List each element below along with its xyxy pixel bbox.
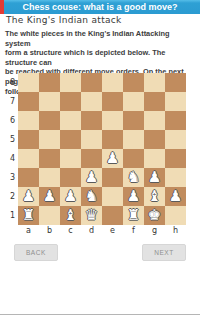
square-e1 [102, 206, 123, 225]
square-h3 [165, 168, 186, 187]
square-d8 [81, 73, 102, 92]
rank-label-3: 3 [0, 168, 18, 187]
chess-board: 87654♟3♟♞♟2♟♟♟♞♟♝♟1♜♝♛♜♚abcdefgh [0, 73, 186, 236]
square-g5 [144, 130, 165, 149]
file-label-c: c [60, 225, 81, 236]
square-h6 [165, 111, 186, 130]
square-f2: ♟ [123, 187, 144, 206]
piece-white-bishop-c1: ♝ [64, 206, 77, 225]
square-e2 [102, 187, 123, 206]
square-d1: ♛ [81, 206, 102, 225]
square-b8 [39, 73, 60, 92]
square-e5 [102, 130, 123, 149]
rank-label-8: 8 [0, 73, 18, 92]
rank-label-2: 2 [0, 187, 18, 206]
file-label-d: d [81, 225, 102, 236]
square-h7 [165, 92, 186, 111]
square-b1 [39, 206, 60, 225]
square-a3 [18, 168, 39, 187]
square-f7 [123, 92, 144, 111]
file-label-a: a [18, 225, 39, 236]
next-button[interactable]: NEXT [142, 244, 186, 261]
square-h4 [165, 149, 186, 168]
square-d4 [81, 149, 102, 168]
piece-white-bishop-g2: ♝ [148, 187, 161, 206]
square-d6 [81, 111, 102, 130]
square-b2: ♟ [39, 187, 60, 206]
file-label-e: e [102, 225, 123, 236]
square-f8 [123, 73, 144, 92]
header-bar: Chess couse: what is a good move? [0, 0, 200, 14]
piece-white-queen-d1: ♛ [85, 206, 98, 225]
piece-white-pawn-h2: ♟ [169, 187, 182, 206]
square-c3 [60, 168, 81, 187]
square-b3 [39, 168, 60, 187]
file-label-g: g [144, 225, 165, 236]
piece-white-pawn-f2: ♟ [127, 187, 140, 206]
piece-white-rook-a1: ♜ [22, 206, 35, 225]
bottom-divider [0, 314, 200, 315]
square-e4: ♟ [102, 149, 123, 168]
piece-white-rook-f1: ♜ [127, 206, 140, 225]
square-b5 [39, 130, 60, 149]
square-f6 [123, 111, 144, 130]
square-c7 [60, 92, 81, 111]
description-line: form a structure which is depicted below… [5, 48, 197, 67]
square-e8 [102, 73, 123, 92]
piece-white-king-g1: ♚ [148, 206, 161, 225]
rank-label-7: 7 [0, 92, 18, 111]
square-h2: ♟ [165, 187, 186, 206]
piece-white-pawn-c2: ♟ [64, 187, 77, 206]
description-line: The white pieces in the King's Indian At… [5, 29, 197, 48]
square-h5 [165, 130, 186, 149]
square-c4 [60, 149, 81, 168]
square-f4 [123, 149, 144, 168]
rank-label-5: 5 [0, 130, 18, 149]
square-a6 [18, 111, 39, 130]
square-b4 [39, 149, 60, 168]
piece-white-pawn-a2: ♟ [22, 187, 35, 206]
piece-white-pawn-g3: ♟ [148, 168, 161, 187]
rank-label-6: 6 [0, 111, 18, 130]
piece-white-pawn-b2: ♟ [43, 187, 56, 206]
header-accent-strip [0, 0, 4, 14]
file-label-f: f [123, 225, 144, 236]
square-e7 [102, 92, 123, 111]
square-c2: ♟ [60, 187, 81, 206]
square-a5 [18, 130, 39, 149]
square-c1: ♝ [60, 206, 81, 225]
square-h8 [165, 73, 186, 92]
square-b7 [39, 92, 60, 111]
square-b6 [39, 111, 60, 130]
piece-white-knight-f3: ♞ [127, 168, 140, 187]
square-f3: ♞ [123, 168, 144, 187]
square-a4 [18, 149, 39, 168]
square-f5 [123, 130, 144, 149]
square-g7 [144, 92, 165, 111]
piece-white-pawn-d3: ♟ [85, 168, 98, 187]
square-g3: ♟ [144, 168, 165, 187]
square-e3 [102, 168, 123, 187]
square-h1 [165, 206, 186, 225]
square-d3: ♟ [81, 168, 102, 187]
square-d5 [81, 130, 102, 149]
rank-label-4: 4 [0, 149, 18, 168]
square-a2: ♟ [18, 187, 39, 206]
square-g4 [144, 149, 165, 168]
square-c8 [60, 73, 81, 92]
square-g6 [144, 111, 165, 130]
file-label-b: b [39, 225, 60, 236]
page-title: Chess couse: what is a good move? [0, 0, 200, 14]
back-button[interactable]: BACK [14, 244, 58, 261]
square-a7 [18, 92, 39, 111]
square-a1: ♜ [18, 206, 39, 225]
square-c5 [60, 130, 81, 149]
square-d2: ♞ [81, 187, 102, 206]
piece-white-pawn-e4: ♟ [106, 149, 119, 168]
square-g1: ♚ [144, 206, 165, 225]
rank-label-1: 1 [0, 206, 18, 225]
lesson-subtitle: The King's Indian attack [6, 15, 122, 25]
piece-white-knight-d2: ♞ [85, 187, 98, 206]
square-g8 [144, 73, 165, 92]
file-label-h: h [165, 225, 186, 236]
square-a8 [18, 73, 39, 92]
square-c6 [60, 111, 81, 130]
square-e6 [102, 111, 123, 130]
square-d7 [81, 92, 102, 111]
square-g2: ♝ [144, 187, 165, 206]
square-f1: ♜ [123, 206, 144, 225]
